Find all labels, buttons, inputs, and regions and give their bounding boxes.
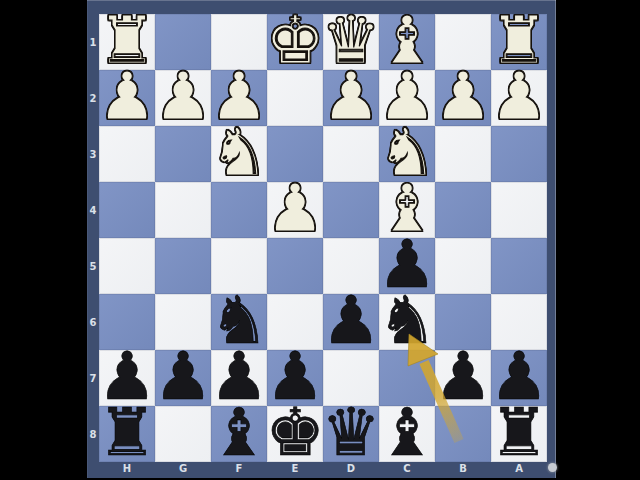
square-a8[interactable]: ♜: [491, 406, 547, 462]
square-b8[interactable]: [435, 406, 491, 462]
square-c8[interactable]: ♝: [379, 406, 435, 462]
square-e2[interactable]: [267, 70, 323, 126]
piece-black-bishop-f8[interactable]: ♝: [211, 405, 267, 461]
square-e4[interactable]: ♟: [267, 182, 323, 238]
square-h2[interactable]: ♟: [99, 70, 155, 126]
piece-white-pawn-h2[interactable]: ♟: [99, 69, 155, 125]
square-g8[interactable]: [155, 406, 211, 462]
file-label-g: G: [155, 460, 211, 477]
square-b2[interactable]: ♟: [435, 70, 491, 126]
piece-white-pawn-g2[interactable]: ♟: [155, 69, 211, 125]
square-g3[interactable]: [155, 126, 211, 182]
square-a4[interactable]: [491, 182, 547, 238]
square-d8[interactable]: ♛: [323, 406, 379, 462]
piece-white-king-e1[interactable]: ♚: [267, 13, 323, 69]
square-b7[interactable]: ♟: [435, 350, 491, 406]
piece-black-pawn-b7[interactable]: ♟: [435, 349, 491, 405]
chess-board: 12345678 HGFEDCBA ♜♚♛♝♜♟♟♟♟♟♟♟♞♞♟♝♟♞♟♞♟♟…: [87, 0, 556, 478]
video-frame: 12345678 HGFEDCBA ♜♚♛♝♜♟♟♟♟♟♟♟♞♞♟♝♟♞♟♞♟♟…: [0, 0, 640, 480]
piece-black-pawn-d6[interactable]: ♟: [323, 293, 379, 349]
corner-dot-icon: [548, 463, 557, 472]
square-a3[interactable]: [491, 126, 547, 182]
square-g7[interactable]: ♟: [155, 350, 211, 406]
square-d6[interactable]: ♟: [323, 294, 379, 350]
piece-black-queen-d8[interactable]: ♛: [323, 405, 379, 461]
piece-black-pawn-g7[interactable]: ♟: [155, 349, 211, 405]
square-a5[interactable]: [491, 238, 547, 294]
square-b5[interactable]: [435, 238, 491, 294]
square-d4[interactable]: [323, 182, 379, 238]
piece-white-pawn-d2[interactable]: ♟: [323, 69, 379, 125]
square-d2[interactable]: ♟: [323, 70, 379, 126]
square-f4[interactable]: [211, 182, 267, 238]
square-e1[interactable]: ♚: [267, 14, 323, 70]
rank-label-4: 4: [87, 182, 99, 238]
square-e8[interactable]: ♚: [267, 406, 323, 462]
square-e5[interactable]: [267, 238, 323, 294]
square-f3[interactable]: ♞: [211, 126, 267, 182]
square-g2[interactable]: ♟: [155, 70, 211, 126]
square-h4[interactable]: [99, 182, 155, 238]
piece-black-bishop-c8[interactable]: ♝: [379, 405, 435, 461]
piece-white-knight-f3[interactable]: ♞: [211, 125, 267, 181]
square-g4[interactable]: [155, 182, 211, 238]
piece-white-pawn-e4[interactable]: ♟: [267, 181, 323, 237]
piece-black-knight-c6[interactable]: ♞: [379, 293, 435, 349]
piece-black-king-e8[interactable]: ♚: [267, 405, 323, 461]
square-d3[interactable]: [323, 126, 379, 182]
piece-white-pawn-b2[interactable]: ♟: [435, 69, 491, 125]
piece-white-pawn-a2[interactable]: ♟: [491, 69, 547, 125]
rank-label-5: 5: [87, 238, 99, 294]
square-h8[interactable]: ♜: [99, 406, 155, 462]
square-h3[interactable]: [99, 126, 155, 182]
square-b4[interactable]: [435, 182, 491, 238]
square-g5[interactable]: [155, 238, 211, 294]
board-squares: ♜♚♛♝♜♟♟♟♟♟♟♟♞♞♟♝♟♞♟♞♟♟♟♟♟♟♜♝♚♛♝♜: [99, 14, 547, 462]
piece-black-rook-h8[interactable]: ♜: [99, 405, 155, 461]
file-label-b: B: [435, 460, 491, 477]
square-f8[interactable]: ♝: [211, 406, 267, 462]
square-b3[interactable]: [435, 126, 491, 182]
square-a2[interactable]: ♟: [491, 70, 547, 126]
piece-black-rook-a8[interactable]: ♜: [491, 405, 547, 461]
square-c6[interactable]: ♞: [379, 294, 435, 350]
square-h5[interactable]: [99, 238, 155, 294]
